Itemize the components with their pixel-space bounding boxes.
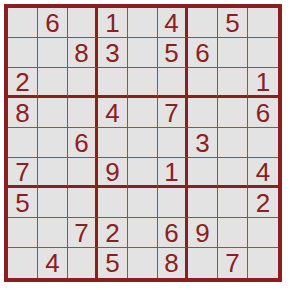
- sudoku-cell-empty[interactable]: [8, 38, 38, 68]
- sudoku-cell-empty[interactable]: [218, 188, 248, 218]
- sudoku-cell-empty[interactable]: [38, 98, 68, 128]
- sudoku-cell-given[interactable]: 4: [248, 158, 278, 188]
- sudoku-cell-empty[interactable]: [158, 128, 188, 158]
- sudoku-cell-given[interactable]: 2: [98, 218, 128, 248]
- sudoku-cell-empty[interactable]: [8, 218, 38, 248]
- sudoku-cell-empty[interactable]: [218, 38, 248, 68]
- sudoku-cell-empty[interactable]: [128, 38, 158, 68]
- sudoku-cell-given[interactable]: 2: [8, 68, 38, 98]
- sudoku-cell-given[interactable]: 7: [218, 248, 248, 278]
- sudoku-cell-empty[interactable]: [98, 128, 128, 158]
- sudoku-cell-empty[interactable]: [128, 8, 158, 38]
- sudoku-cell-given[interactable]: 6: [188, 38, 218, 68]
- sudoku-cell-empty[interactable]: [98, 68, 128, 98]
- sudoku-cell-given[interactable]: 6: [38, 8, 68, 38]
- sudoku-cell-empty[interactable]: [128, 188, 158, 218]
- sudoku-cell-empty[interactable]: [38, 158, 68, 188]
- sudoku-cell-empty[interactable]: [8, 248, 38, 278]
- sudoku-cell-empty[interactable]: [128, 218, 158, 248]
- sudoku-cell-empty[interactable]: [218, 128, 248, 158]
- sudoku-cell-given[interactable]: 5: [218, 8, 248, 38]
- sudoku-cell-empty[interactable]: [158, 188, 188, 218]
- sudoku-cell-empty[interactable]: [188, 158, 218, 188]
- sudoku-cell-empty[interactable]: [188, 188, 218, 218]
- sudoku-cell-given[interactable]: 1: [248, 68, 278, 98]
- sudoku-cell-given[interactable]: 8: [158, 248, 188, 278]
- sudoku-cell-given[interactable]: 9: [188, 218, 218, 248]
- sudoku-cell-empty[interactable]: [38, 38, 68, 68]
- sudoku-cell-given[interactable]: 1: [158, 158, 188, 188]
- sudoku-cell-given[interactable]: 8: [8, 98, 38, 128]
- sudoku-cell-empty[interactable]: [128, 248, 158, 278]
- sudoku-cell-given[interactable]: 9: [98, 158, 128, 188]
- sudoku-cell-empty[interactable]: [68, 98, 98, 128]
- sudoku-cell-given[interactable]: 1: [98, 8, 128, 38]
- sudoku-cell-empty[interactable]: [68, 68, 98, 98]
- sudoku-cell-empty[interactable]: [248, 128, 278, 158]
- sudoku-cell-empty[interactable]: [188, 68, 218, 98]
- sudoku-cell-empty[interactable]: [68, 158, 98, 188]
- sudoku-cell-empty[interactable]: [68, 248, 98, 278]
- sudoku-cell-empty[interactable]: [38, 68, 68, 98]
- sudoku-cell-empty[interactable]: [248, 248, 278, 278]
- sudoku-cell-empty[interactable]: [218, 218, 248, 248]
- sudoku-cell-empty[interactable]: [188, 8, 218, 38]
- sudoku-cell-empty[interactable]: [68, 188, 98, 218]
- sudoku-cell-given[interactable]: 6: [68, 128, 98, 158]
- sudoku-cell-empty[interactable]: [188, 248, 218, 278]
- sudoku-cell-given[interactable]: 5: [158, 38, 188, 68]
- sudoku-cell-given[interactable]: 8: [68, 38, 98, 68]
- sudoku-board: 614583562184766379145272694587: [4, 4, 282, 282]
- sudoku-cell-given[interactable]: 4: [158, 8, 188, 38]
- sudoku-cell-given[interactable]: 5: [8, 188, 38, 218]
- sudoku-cell-empty[interactable]: [38, 218, 68, 248]
- sudoku-cell-empty[interactable]: [128, 158, 158, 188]
- sudoku-cell-empty[interactable]: [128, 68, 158, 98]
- sudoku-cell-given[interactable]: 4: [38, 248, 68, 278]
- sudoku-cell-given[interactable]: 7: [8, 158, 38, 188]
- sudoku-cell-empty[interactable]: [38, 188, 68, 218]
- sudoku-cell-empty[interactable]: [38, 128, 68, 158]
- sudoku-cell-empty[interactable]: [98, 188, 128, 218]
- sudoku-cell-given[interactable]: 3: [98, 38, 128, 68]
- sudoku-cell-given[interactable]: 7: [158, 98, 188, 128]
- sudoku-cell-given[interactable]: 3: [188, 128, 218, 158]
- sudoku-cell-empty[interactable]: [218, 68, 248, 98]
- sudoku-cell-given[interactable]: 6: [158, 218, 188, 248]
- sudoku-cell-empty[interactable]: [218, 158, 248, 188]
- sudoku-cell-given[interactable]: 2: [248, 188, 278, 218]
- sudoku-cell-empty[interactable]: [8, 128, 38, 158]
- sudoku-cell-given[interactable]: 5: [98, 248, 128, 278]
- sudoku-cell-empty[interactable]: [128, 98, 158, 128]
- sudoku-cell-given[interactable]: 6: [248, 98, 278, 128]
- sudoku-cell-empty[interactable]: [248, 8, 278, 38]
- sudoku-cell-empty[interactable]: [248, 218, 278, 248]
- sudoku-cell-empty[interactable]: [248, 38, 278, 68]
- sudoku-cell-empty[interactable]: [218, 98, 248, 128]
- sudoku-cell-empty[interactable]: [158, 68, 188, 98]
- sudoku-cell-empty[interactable]: [68, 8, 98, 38]
- sudoku-cell-given[interactable]: 7: [68, 218, 98, 248]
- sudoku-cell-empty[interactable]: [188, 98, 218, 128]
- sudoku-cell-given[interactable]: 4: [98, 98, 128, 128]
- sudoku-cell-empty[interactable]: [8, 8, 38, 38]
- sudoku-cell-empty[interactable]: [128, 128, 158, 158]
